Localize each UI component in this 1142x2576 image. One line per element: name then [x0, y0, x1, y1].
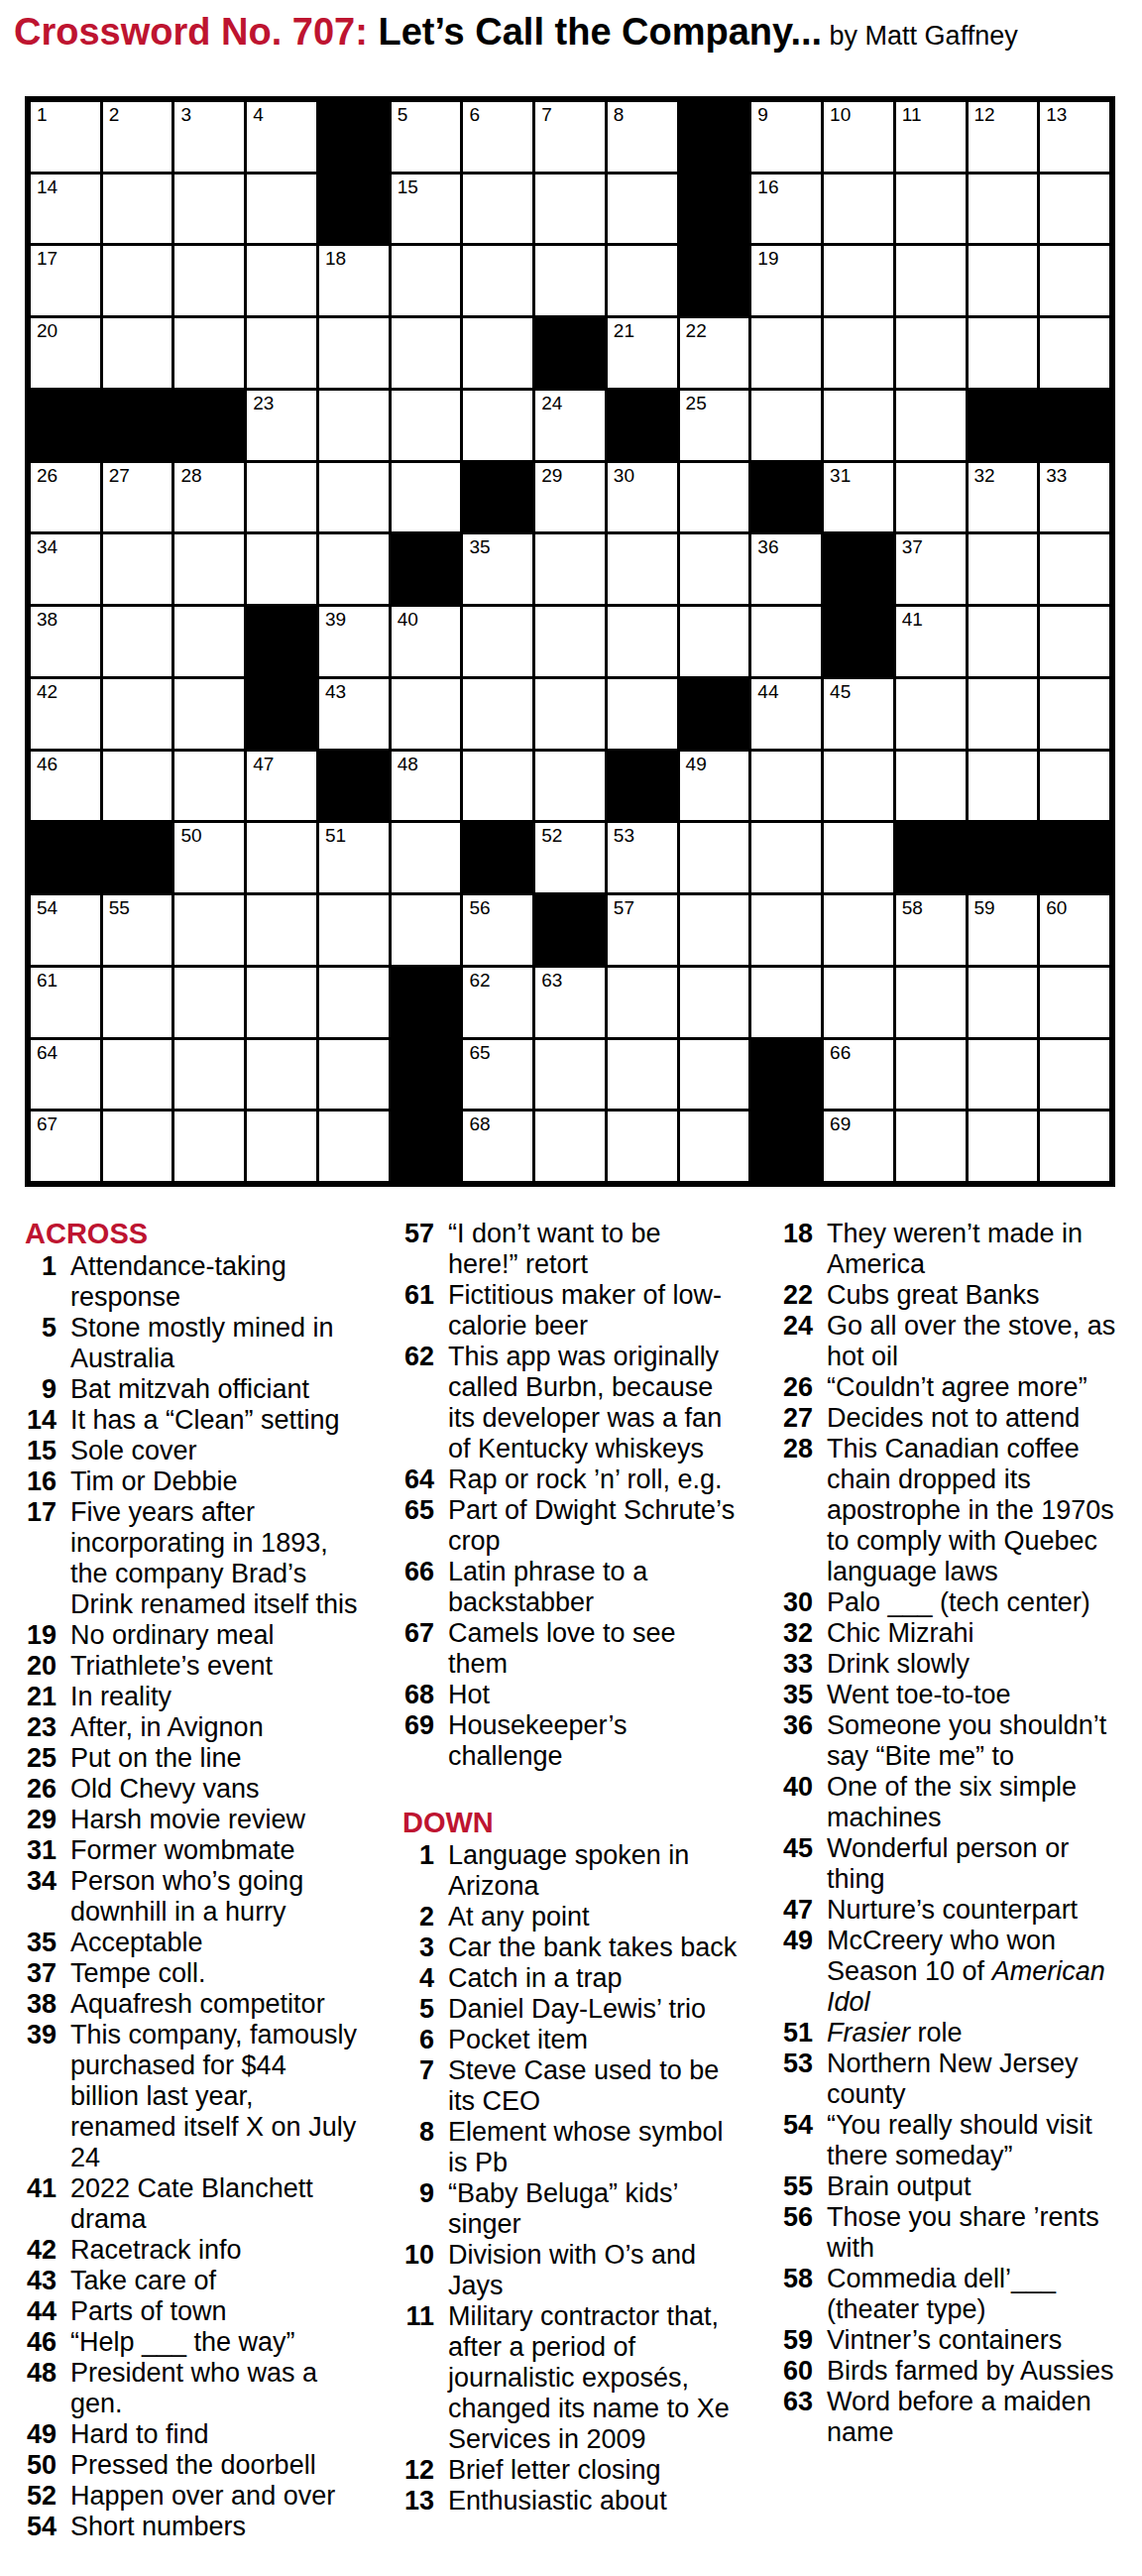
cell-12-6[interactable] [392, 895, 461, 965]
cell-15-9[interactable] [608, 1112, 677, 1181]
cell-13-12[interactable] [824, 968, 893, 1037]
cell-10-1[interactable]: 46 [31, 752, 100, 821]
cell-15-13[interactable] [896, 1112, 966, 1181]
cell-9-3[interactable] [174, 679, 244, 749]
cell-7-11[interactable]: 36 [751, 534, 821, 604]
cell-7-3[interactable] [174, 534, 244, 604]
cell-1-7[interactable]: 6 [463, 102, 532, 172]
cell-4-7[interactable] [463, 318, 532, 388]
cell-1-3[interactable]: 3 [174, 102, 244, 172]
cell-1-13[interactable]: 11 [896, 102, 966, 172]
cell-number-67: 67 [37, 1114, 57, 1134]
clue-down-10: 10Division with O’s and Jays [402, 2240, 738, 2301]
cell-12-7[interactable]: 56 [463, 895, 532, 965]
cell-number-11: 11 [902, 105, 922, 125]
cell-2-2[interactable] [103, 175, 172, 244]
clue-text: Language spoken in Arizona [448, 1840, 738, 1902]
cell-9-1[interactable]: 42 [31, 679, 100, 749]
cell-15-1[interactable]: 67 [31, 1112, 100, 1181]
cell-7-13[interactable]: 37 [896, 534, 966, 604]
clue-across-31: 31Former wombmate [25, 1835, 360, 1866]
clue-number: 9 [25, 1374, 70, 1405]
cell-3-6[interactable] [392, 246, 461, 315]
cell-8-2[interactable] [103, 607, 172, 676]
cell-6-10[interactable] [680, 463, 749, 532]
cell-2-12[interactable] [824, 175, 893, 244]
black-cell-13-6 [392, 968, 461, 1037]
clue-across-48: 48President who was a gen. [25, 2358, 360, 2419]
cell-7-7[interactable]: 35 [463, 534, 532, 604]
clue-across-23: 23After, in Avignon [25, 1712, 360, 1743]
cell-1-15[interactable]: 13 [1040, 102, 1109, 172]
cell-11-6[interactable] [392, 823, 461, 892]
cell-7-5[interactable] [319, 534, 389, 604]
clue-text: Pressed the doorbell [70, 2450, 360, 2481]
cell-8-11[interactable] [751, 607, 821, 676]
cell-4-13[interactable] [896, 318, 966, 388]
cell-15-15[interactable] [1040, 1112, 1109, 1181]
cell-10-7[interactable] [463, 752, 532, 821]
black-cell-2-10 [680, 175, 749, 244]
clue-across-61: 61Fictitious maker of low-calorie beer [402, 1280, 738, 1342]
cell-6-1[interactable]: 26 [31, 463, 100, 532]
cell-6-2[interactable]: 27 [103, 463, 172, 532]
cell-15-12[interactable]: 69 [824, 1112, 893, 1181]
clue-number: 57 [402, 1219, 448, 1280]
cell-10-14[interactable] [969, 752, 1038, 821]
black-cell-9-10 [680, 679, 749, 749]
cell-3-2[interactable] [103, 246, 172, 315]
cell-2-1[interactable]: 14 [31, 175, 100, 244]
clue-text: Hot [448, 1680, 738, 1710]
cell-5-8[interactable]: 24 [535, 391, 605, 460]
cell-15-8[interactable] [535, 1112, 605, 1181]
clue-down-18: 18They weren’t made in America [781, 1219, 1116, 1280]
cell-8-7[interactable] [463, 607, 532, 676]
clue-number: 26 [781, 1372, 827, 1403]
clue-down-51: 51Frasier role [781, 2018, 1116, 2049]
cell-11-12[interactable] [824, 823, 893, 892]
cell-number-65: 65 [469, 1043, 490, 1063]
cell-3-15[interactable] [1040, 246, 1109, 315]
cell-15-3[interactable] [174, 1112, 244, 1181]
cell-5-4[interactable]: 23 [247, 391, 316, 460]
cell-2-11[interactable]: 16 [751, 175, 821, 244]
clue-text: This company, famously purchased for $44… [70, 2020, 360, 2173]
cell-number-56: 56 [469, 898, 490, 918]
clue-text: Five years after incorporating in 1893, … [70, 1497, 360, 1620]
cell-number-47: 47 [253, 755, 274, 774]
clue-number: 64 [402, 1464, 448, 1495]
cell-3-4[interactable] [247, 246, 316, 315]
cell-4-3[interactable] [174, 318, 244, 388]
clue-across-14: 14It has a “Clean” setting [25, 1405, 360, 1436]
cell-5-12[interactable] [824, 391, 893, 460]
cell-4-15[interactable] [1040, 318, 1109, 388]
clue-text: Brain output [827, 2171, 1116, 2202]
clue-number: 5 [25, 1313, 70, 1374]
cell-10-13[interactable] [896, 752, 966, 821]
clue-down-1: 1Language spoken in Arizona [402, 1840, 738, 1902]
cell-12-13[interactable]: 58 [896, 895, 966, 965]
clue-text: Pocket item [448, 2025, 738, 2055]
clue-number: 61 [402, 1280, 448, 1342]
cell-2-3[interactable] [174, 175, 244, 244]
clue-text: Decides not to attend [827, 1403, 1116, 1434]
black-cell-5-15 [1040, 391, 1109, 460]
cell-12-5[interactable] [319, 895, 389, 965]
cell-11-3[interactable]: 50 [174, 823, 244, 892]
cell-1-4[interactable]: 4 [247, 102, 316, 172]
cell-2-4[interactable] [247, 175, 316, 244]
cell-8-8[interactable] [535, 607, 605, 676]
cell-9-12[interactable]: 45 [824, 679, 893, 749]
black-cell-7-12 [824, 534, 893, 604]
clue-text: Catch in a trap [448, 1963, 738, 1994]
cell-2-13[interactable] [896, 175, 966, 244]
clue-number: 32 [781, 1618, 827, 1649]
clue-text: Chic Mizrahi [827, 1618, 1116, 1649]
clue-down-58: 58Commedia dell’___ (theater type) [781, 2264, 1116, 2325]
cell-12-10[interactable] [680, 895, 749, 965]
cell-4-2[interactable] [103, 318, 172, 388]
cell-9-13[interactable] [896, 679, 966, 749]
cell-11-4[interactable] [247, 823, 316, 892]
cell-13-4[interactable] [247, 968, 316, 1037]
cell-14-14[interactable] [969, 1040, 1038, 1110]
cell-5-11[interactable] [751, 391, 821, 460]
cell-1-14[interactable]: 12 [969, 102, 1038, 172]
cell-10-6[interactable]: 48 [392, 752, 461, 821]
cell-13-14[interactable] [969, 968, 1038, 1037]
cell-1-1[interactable]: 1 [31, 102, 100, 172]
black-cell-11-2 [103, 823, 172, 892]
cell-14-7[interactable]: 65 [463, 1040, 532, 1110]
clue-text: Palo ___ (tech center) [827, 1587, 1116, 1618]
cell-1-8[interactable]: 7 [535, 102, 605, 172]
clue-number: 40 [781, 1772, 827, 1833]
cell-12-4[interactable] [247, 895, 316, 965]
cell-9-15[interactable] [1040, 679, 1109, 749]
clue-text: Steve Case used to be its CEO [448, 2055, 738, 2117]
cell-7-1[interactable]: 34 [31, 534, 100, 604]
cell-9-9[interactable] [608, 679, 677, 749]
cell-number-17: 17 [37, 249, 57, 269]
cell-12-3[interactable] [174, 895, 244, 965]
clue-down-28: 28This Canadian coffee chain dropped its… [781, 1434, 1116, 1587]
cell-8-9[interactable] [608, 607, 677, 676]
cell-1-6[interactable]: 5 [392, 102, 461, 172]
cell-2-15[interactable] [1040, 175, 1109, 244]
cell-9-8[interactable] [535, 679, 605, 749]
cell-6-6[interactable] [392, 463, 461, 532]
cell-3-3[interactable] [174, 246, 244, 315]
cell-14-2[interactable] [103, 1040, 172, 1110]
cell-8-15[interactable] [1040, 607, 1109, 676]
cell-number-10: 10 [830, 105, 851, 125]
cell-8-5[interactable]: 39 [319, 607, 389, 676]
cell-3-13[interactable] [896, 246, 966, 315]
cell-11-11[interactable] [751, 823, 821, 892]
cell-3-9[interactable] [608, 246, 677, 315]
clue-number: 56 [781, 2202, 827, 2264]
clue-number: 30 [781, 1587, 827, 1618]
cell-11-10[interactable] [680, 823, 749, 892]
cell-14-12[interactable]: 66 [824, 1040, 893, 1110]
clue-text: Rap or rock ’n’ roll, e.g. [448, 1464, 738, 1495]
cell-2-6[interactable]: 15 [392, 175, 461, 244]
cell-12-14[interactable]: 59 [969, 895, 1038, 965]
clue-text: Person who’s going downhill in a hurry [70, 1866, 360, 1928]
cell-14-15[interactable] [1040, 1040, 1109, 1110]
cell-14-13[interactable] [896, 1040, 966, 1110]
cell-13-1[interactable]: 61 [31, 968, 100, 1037]
clue-down-2: 2At any point [402, 1902, 738, 1932]
cell-number-4: 4 [253, 105, 264, 125]
clue-number: 26 [25, 1774, 70, 1805]
cell-10-2[interactable] [103, 752, 172, 821]
cell-5-5[interactable] [319, 391, 389, 460]
cell-7-2[interactable] [103, 534, 172, 604]
clue-number: 13 [402, 2486, 448, 2517]
cell-9-5[interactable]: 43 [319, 679, 389, 749]
cell-6-3[interactable]: 28 [174, 463, 244, 532]
clue-across-20: 20Triathlete’s event [25, 1651, 360, 1682]
clue-number: 1 [402, 1840, 448, 1902]
cell-number-68: 68 [469, 1114, 490, 1134]
cell-11-9[interactable]: 53 [608, 823, 677, 892]
clue-down-36: 36Someone you shouldn’t say “Bite me” to [781, 1710, 1116, 1772]
clue-text: Part of Dwight Schrute’s crop [448, 1495, 738, 1557]
clue-text: Someone you shouldn’t say “Bite me” to [827, 1710, 1116, 1772]
cell-number-50: 50 [180, 826, 201, 846]
cell-number-49: 49 [686, 755, 707, 774]
clue-number: 47 [781, 1895, 827, 1926]
clue-text: At any point [448, 1902, 738, 1932]
clue-text: Car the bank takes back [448, 1932, 738, 1963]
cell-number-57: 57 [614, 898, 634, 918]
cell-14-4[interactable] [247, 1040, 316, 1110]
cell-5-6[interactable] [392, 391, 461, 460]
clue-text: President who was a gen. [70, 2358, 360, 2419]
cell-3-7[interactable] [463, 246, 532, 315]
cell-15-5[interactable] [319, 1112, 389, 1181]
cell-1-11[interactable]: 9 [751, 102, 821, 172]
cell-1-9[interactable]: 8 [608, 102, 677, 172]
cell-15-10[interactable] [680, 1112, 749, 1181]
cell-number-63: 63 [541, 971, 562, 991]
clue-number: 8 [402, 2117, 448, 2178]
cell-number-20: 20 [37, 321, 57, 341]
cell-8-3[interactable] [174, 607, 244, 676]
cell-7-9[interactable] [608, 534, 677, 604]
clue-down-6: 6Pocket item [402, 2025, 738, 2055]
clue-number: 53 [781, 2049, 827, 2110]
cell-11-5[interactable]: 51 [319, 823, 389, 892]
black-cell-3-10 [680, 246, 749, 315]
cell-6-12[interactable]: 31 [824, 463, 893, 532]
cell-4-1[interactable]: 20 [31, 318, 100, 388]
cell-4-14[interactable] [969, 318, 1038, 388]
cell-13-5[interactable] [319, 968, 389, 1037]
cell-3-12[interactable] [824, 246, 893, 315]
clue-across-16: 16Tim or Debbie [25, 1466, 360, 1497]
cell-13-8[interactable]: 63 [535, 968, 605, 1037]
clue-down-54: 54“You really should visit there someday… [781, 2110, 1116, 2171]
cell-9-7[interactable] [463, 679, 532, 749]
black-cell-7-6 [392, 534, 461, 604]
cell-2-8[interactable] [535, 175, 605, 244]
clue-down-5: 5Daniel Day-Lewis’ trio [402, 1994, 738, 2025]
cell-6-15[interactable]: 33 [1040, 463, 1109, 532]
clue-text: In reality [70, 1682, 360, 1712]
cell-4-4[interactable] [247, 318, 316, 388]
cell-7-15[interactable] [1040, 534, 1109, 604]
cell-12-15[interactable]: 60 [1040, 895, 1109, 965]
clue-text: “I don’t want to be here!” retort [448, 1219, 738, 1280]
cell-15-14[interactable] [969, 1112, 1038, 1181]
cell-3-8[interactable] [535, 246, 605, 315]
clue-down-8: 8Element whose symbol is Pb [402, 2117, 738, 2178]
cell-10-3[interactable] [174, 752, 244, 821]
cell-8-13[interactable]: 41 [896, 607, 966, 676]
cell-4-6[interactable] [392, 318, 461, 388]
clue-number: 51 [781, 2018, 827, 2049]
cell-8-14[interactable] [969, 607, 1038, 676]
cell-10-12[interactable] [824, 752, 893, 821]
clue-number: 11 [402, 2301, 448, 2455]
clue-across-44: 44Parts of town [25, 2296, 360, 2327]
cell-9-11[interactable]: 44 [751, 679, 821, 749]
clue-across-34: 34Person who’s going downhill in a hurry [25, 1866, 360, 1928]
cell-8-6[interactable]: 40 [392, 607, 461, 676]
cell-4-9[interactable]: 21 [608, 318, 677, 388]
cell-12-1[interactable]: 54 [31, 895, 100, 965]
cell-7-4[interactable] [247, 534, 316, 604]
clue-across-66: 66Latin phrase to a backstabber [402, 1557, 738, 1618]
cell-13-9[interactable] [608, 968, 677, 1037]
clue-text: Enthusiastic about [448, 2486, 738, 2517]
cell-10-15[interactable] [1040, 752, 1109, 821]
cell-5-10[interactable]: 25 [680, 391, 749, 460]
cell-6-5[interactable] [319, 463, 389, 532]
cell-2-7[interactable] [463, 175, 532, 244]
cell-10-4[interactable]: 47 [247, 752, 316, 821]
cell-12-12[interactable] [824, 895, 893, 965]
cell-number-45: 45 [830, 682, 851, 702]
cell-13-11[interactable] [751, 968, 821, 1037]
clue-text: It has a “Clean” setting [70, 1405, 360, 1436]
cell-4-12[interactable] [824, 318, 893, 388]
cell-6-14[interactable]: 32 [969, 463, 1038, 532]
cell-3-11[interactable]: 19 [751, 246, 821, 315]
clue-text: Go all over the stove, as hot oil [827, 1311, 1116, 1372]
cell-13-3[interactable] [174, 968, 244, 1037]
cell-7-14[interactable] [969, 534, 1038, 604]
cell-13-15[interactable] [1040, 968, 1109, 1037]
cell-9-6[interactable] [392, 679, 461, 749]
cell-10-10[interactable]: 49 [680, 752, 749, 821]
clue-number: 3 [402, 1932, 448, 1963]
cell-14-8[interactable] [535, 1040, 605, 1110]
clue-text: Stone mostly mined in Australia [70, 1313, 360, 1374]
clue-number: 65 [402, 1495, 448, 1557]
cell-9-14[interactable] [969, 679, 1038, 749]
cell-number-8: 8 [614, 105, 625, 125]
clue-down-7: 7Steve Case used to be its CEO [402, 2055, 738, 2117]
clue-number: 1 [25, 1251, 70, 1313]
cell-6-4[interactable] [247, 463, 316, 532]
cell-14-10[interactable] [680, 1040, 749, 1110]
cell-6-13[interactable] [896, 463, 966, 532]
cell-10-11[interactable] [751, 752, 821, 821]
clue-text: Sole cover [70, 1436, 360, 1466]
cell-14-9[interactable] [608, 1040, 677, 1110]
cell-number-61: 61 [37, 971, 57, 991]
clue-down-24: 24Go all over the stove, as hot oil [781, 1311, 1116, 1372]
cell-8-1[interactable]: 38 [31, 607, 100, 676]
cell-12-2[interactable]: 55 [103, 895, 172, 965]
cell-3-1[interactable]: 17 [31, 246, 100, 315]
cell-3-14[interactable] [969, 246, 1038, 315]
cell-12-11[interactable] [751, 895, 821, 965]
cell-6-8[interactable]: 29 [535, 463, 605, 532]
clue-text: Short numbers [70, 2512, 360, 2542]
clue-number: 37 [25, 1958, 70, 1989]
cell-15-2[interactable] [103, 1112, 172, 1181]
cell-13-10[interactable] [680, 968, 749, 1037]
cell-6-9[interactable]: 30 [608, 463, 677, 532]
cell-number-66: 66 [830, 1043, 851, 1063]
clue-down-49: 49McCreery who won Season 10 of American… [781, 1926, 1116, 2018]
cell-13-7[interactable]: 62 [463, 968, 532, 1037]
cell-12-9[interactable]: 57 [608, 895, 677, 965]
cell-15-7[interactable]: 68 [463, 1112, 532, 1181]
cell-10-8[interactable] [535, 752, 605, 821]
cell-5-13[interactable] [896, 391, 966, 460]
cell-number-42: 42 [37, 682, 57, 702]
black-cell-5-2 [103, 391, 172, 460]
cell-15-4[interactable] [247, 1112, 316, 1181]
cell-14-3[interactable] [174, 1040, 244, 1110]
cell-5-7[interactable] [463, 391, 532, 460]
cell-3-5[interactable]: 18 [319, 246, 389, 315]
cell-1-2[interactable]: 2 [103, 102, 172, 172]
cell-1-12[interactable]: 10 [824, 102, 893, 172]
clue-text: Wonderful person or thing [827, 1833, 1116, 1895]
cell-8-10[interactable] [680, 607, 749, 676]
black-cell-11-14 [969, 823, 1038, 892]
cell-14-1[interactable]: 64 [31, 1040, 100, 1110]
cell-number-1: 1 [37, 105, 48, 125]
cell-4-5[interactable] [319, 318, 389, 388]
cell-13-13[interactable] [896, 968, 966, 1037]
cell-2-9[interactable] [608, 175, 677, 244]
clue-number: 18 [781, 1219, 827, 1280]
cell-7-10[interactable] [680, 534, 749, 604]
black-cell-11-15 [1040, 823, 1109, 892]
cell-number-27: 27 [109, 466, 130, 486]
cell-14-5[interactable] [319, 1040, 389, 1110]
cell-7-8[interactable] [535, 534, 605, 604]
clue-across-17: 17Five years after incorporating in 1893… [25, 1497, 360, 1620]
cell-4-11[interactable] [751, 318, 821, 388]
cell-13-2[interactable] [103, 968, 172, 1037]
cell-4-10[interactable]: 22 [680, 318, 749, 388]
cell-11-8[interactable]: 52 [535, 823, 605, 892]
cell-2-14[interactable] [969, 175, 1038, 244]
cell-9-2[interactable] [103, 679, 172, 749]
